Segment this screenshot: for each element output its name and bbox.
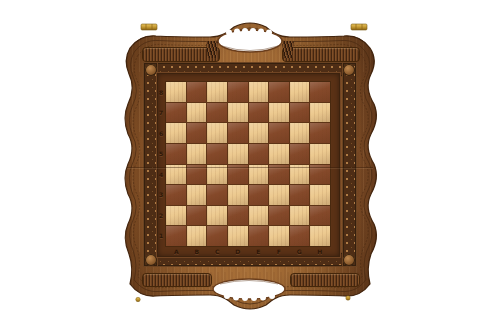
square-a2[interactable]	[166, 206, 186, 226]
file-label-h: H	[310, 247, 331, 256]
square-g1[interactable]	[290, 226, 310, 246]
square-b2[interactable]	[187, 206, 207, 226]
square-c8[interactable]	[207, 82, 227, 102]
square-g7[interactable]	[290, 103, 310, 123]
rank-label-8: 8	[157, 82, 165, 103]
square-f3[interactable]	[269, 185, 289, 205]
square-b8[interactable]	[187, 82, 207, 102]
interlace-band-left	[144, 63, 157, 266]
file-label-g: G	[289, 247, 310, 256]
chessboard	[165, 81, 331, 247]
square-b6[interactable]	[187, 123, 207, 143]
square-f7[interactable]	[269, 103, 289, 123]
square-e6[interactable]	[249, 123, 269, 143]
square-e7[interactable]	[249, 103, 269, 123]
square-h2[interactable]	[310, 206, 330, 226]
square-a7[interactable]	[166, 103, 186, 123]
square-g5[interactable]	[290, 144, 310, 164]
square-b7[interactable]	[187, 103, 207, 123]
square-c5[interactable]	[207, 144, 227, 164]
file-label-f: F	[269, 247, 290, 256]
brass-hinge-left-icon	[141, 24, 157, 30]
square-e1[interactable]	[249, 226, 269, 246]
square-h3[interactable]	[310, 185, 330, 205]
square-a6[interactable]	[166, 123, 186, 143]
square-h5[interactable]	[310, 144, 330, 164]
square-h6[interactable]	[310, 123, 330, 143]
square-h1[interactable]	[310, 226, 330, 246]
ribbed-panel-bottom-left	[142, 273, 212, 287]
square-b5[interactable]	[187, 144, 207, 164]
ribbed-panel-bottom-right	[290, 273, 360, 287]
file-labels: ABCDEFGH	[166, 247, 330, 256]
square-e8[interactable]	[249, 82, 269, 102]
corner-rosette-bottom-left	[145, 254, 157, 266]
square-c6[interactable]	[207, 123, 227, 143]
rank-label-6: 6	[157, 123, 165, 144]
brass-hinge-right-icon	[351, 24, 367, 30]
square-g2[interactable]	[290, 206, 310, 226]
square-c1[interactable]	[207, 226, 227, 246]
brass-pin-left-icon	[136, 297, 140, 301]
square-d8[interactable]	[228, 82, 248, 102]
square-f8[interactable]	[269, 82, 289, 102]
ribbed-panel-top-right	[282, 47, 360, 62]
square-d6[interactable]	[228, 123, 248, 143]
corner-rosette-top-right	[343, 64, 355, 76]
center-fold-seam	[127, 167, 373, 168]
interlace-band-right	[343, 63, 356, 266]
square-a1[interactable]	[166, 226, 186, 246]
square-b3[interactable]	[187, 185, 207, 205]
square-f2[interactable]	[269, 206, 289, 226]
fan-carving-left	[206, 41, 218, 58]
square-f1[interactable]	[269, 226, 289, 246]
rank-label-5: 5	[157, 144, 165, 165]
rank-labels: 87654321	[157, 82, 165, 246]
square-g3[interactable]	[290, 185, 310, 205]
file-label-a: A	[166, 247, 187, 256]
rank-label-3: 3	[157, 185, 165, 206]
square-c7[interactable]	[207, 103, 227, 123]
square-d5[interactable]	[228, 144, 248, 164]
rank-label-7: 7	[157, 103, 165, 124]
fan-carving-right	[282, 41, 294, 58]
square-d2[interactable]	[228, 206, 248, 226]
square-g8[interactable]	[290, 82, 310, 102]
product-photo: 87654321 ABCDEFGH	[0, 0, 500, 334]
square-d3[interactable]	[228, 185, 248, 205]
square-a3[interactable]	[166, 185, 186, 205]
file-label-b: B	[187, 247, 208, 256]
file-label-d: D	[228, 247, 249, 256]
rank-label-1: 1	[157, 226, 165, 247]
square-e2[interactable]	[249, 206, 269, 226]
square-e5[interactable]	[249, 144, 269, 164]
corner-rosette-bottom-right	[343, 254, 355, 266]
square-g6[interactable]	[290, 123, 310, 143]
square-h7[interactable]	[310, 103, 330, 123]
square-a5[interactable]	[166, 144, 186, 164]
brass-pin-right-icon	[346, 296, 350, 300]
chess-case: 87654321 ABCDEFGH	[122, 22, 378, 310]
square-f5[interactable]	[269, 144, 289, 164]
file-label-c: C	[207, 247, 228, 256]
square-e3[interactable]	[249, 185, 269, 205]
square-c3[interactable]	[207, 185, 227, 205]
file-label-e: E	[248, 247, 269, 256]
corner-rosette-top-left	[145, 64, 157, 76]
square-b1[interactable]	[187, 226, 207, 246]
rank-label-2: 2	[157, 205, 165, 226]
square-h8[interactable]	[310, 82, 330, 102]
square-f6[interactable]	[269, 123, 289, 143]
square-a8[interactable]	[166, 82, 186, 102]
square-d1[interactable]	[228, 226, 248, 246]
square-d7[interactable]	[228, 103, 248, 123]
square-c2[interactable]	[207, 206, 227, 226]
